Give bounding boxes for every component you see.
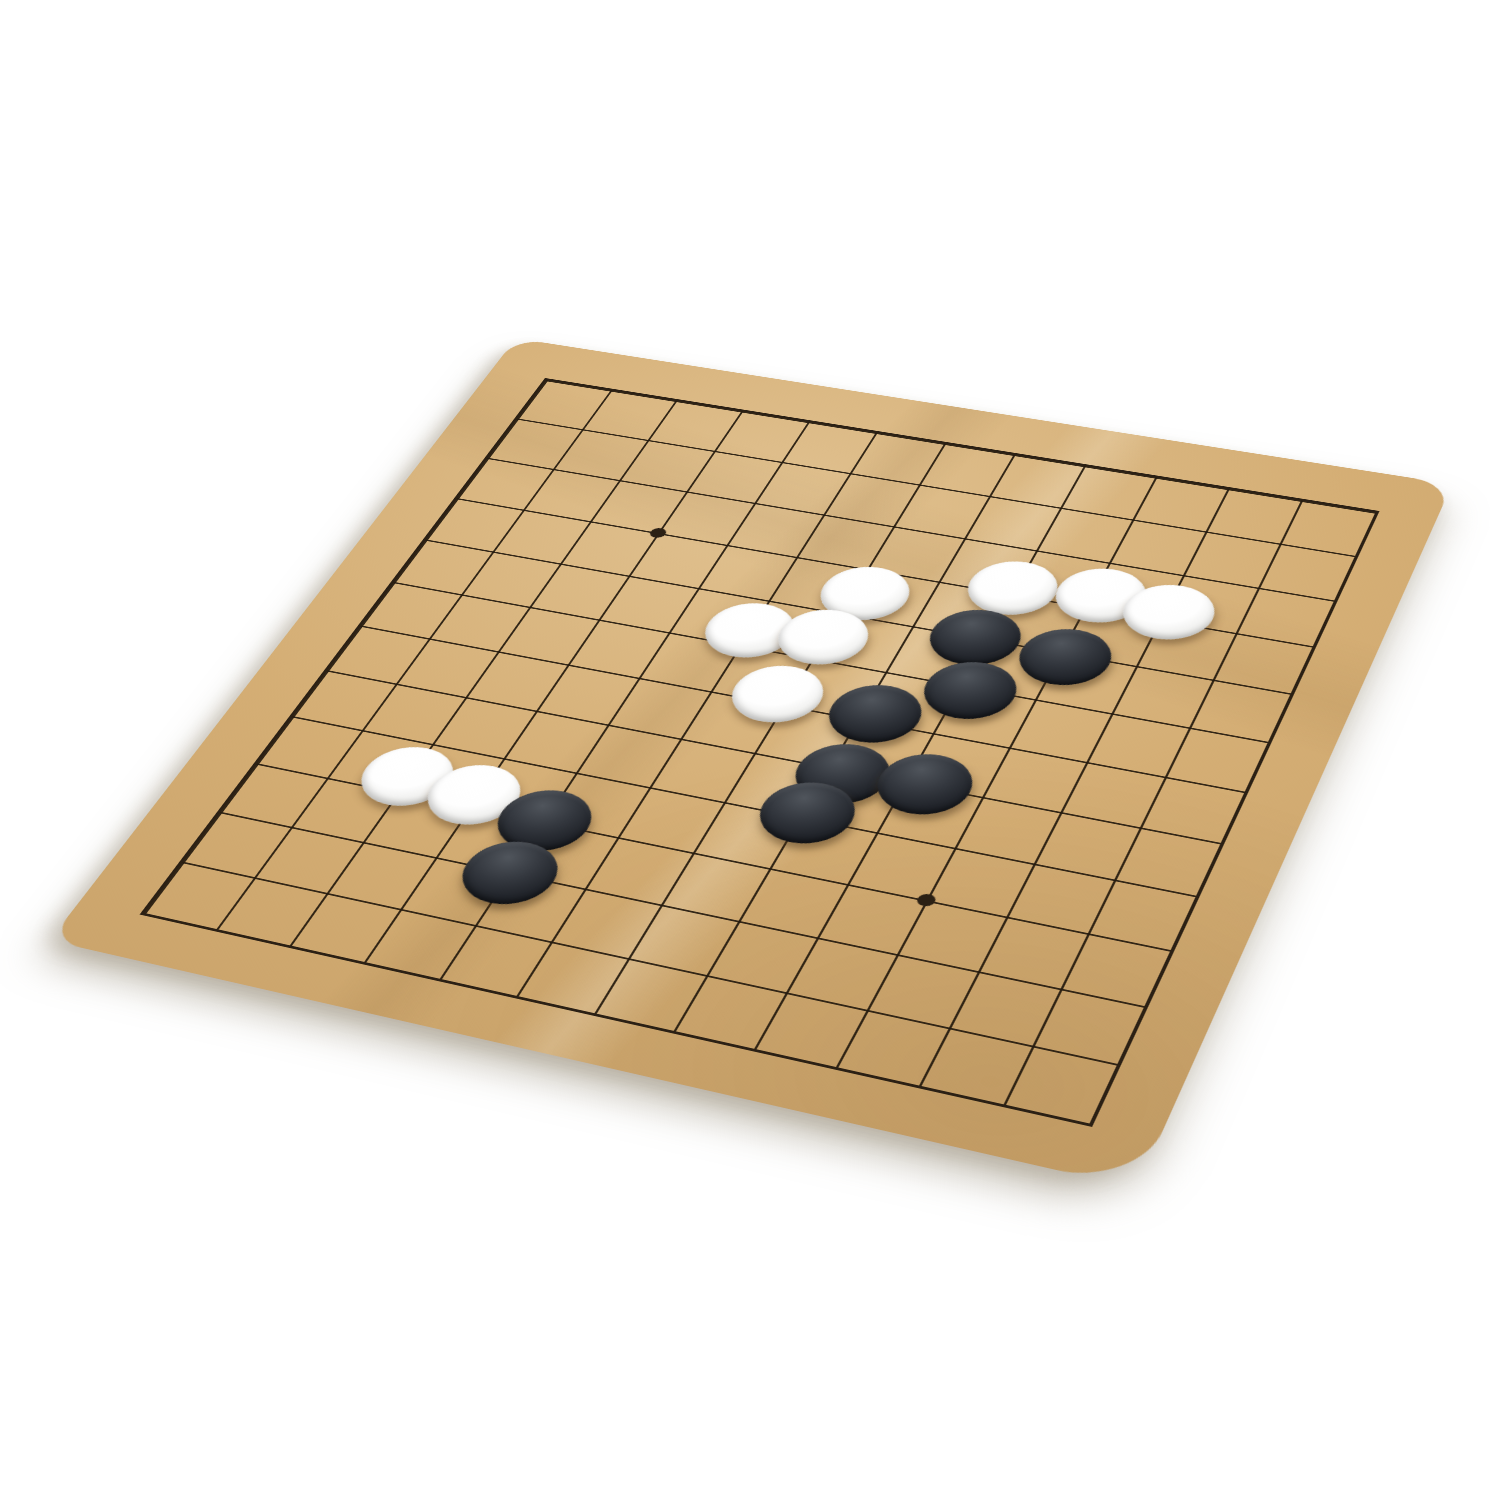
black-stone[interactable] xyxy=(816,678,935,749)
product-photo-scene xyxy=(0,0,1500,1500)
star-point xyxy=(648,527,669,539)
go-board-mat xyxy=(49,338,1452,1188)
go-board-grid[interactable] xyxy=(140,378,1380,1127)
star-point xyxy=(915,893,939,908)
black-stone[interactable] xyxy=(1007,623,1123,692)
white-stone[interactable] xyxy=(718,659,836,729)
black-stone[interactable] xyxy=(911,655,1029,726)
